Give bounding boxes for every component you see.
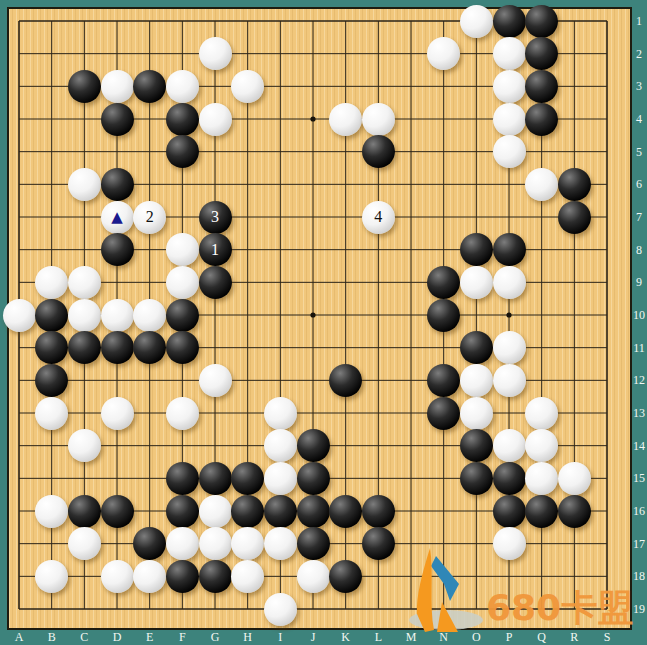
row-label: 4 [631, 112, 647, 127]
column-label: E [146, 630, 153, 645]
stone-white[interactable] [101, 299, 134, 332]
stone-black[interactable] [525, 103, 558, 136]
stone-black[interactable] [329, 560, 362, 593]
stone-white[interactable] [166, 70, 199, 103]
stone-white[interactable] [493, 364, 526, 397]
stone-black[interactable] [68, 70, 101, 103]
row-label: 5 [631, 144, 647, 159]
row-label: 11 [631, 340, 647, 355]
stone-white[interactable] [264, 527, 297, 560]
row-label: 12 [631, 373, 647, 388]
stone-white[interactable] [199, 37, 232, 70]
stone-black[interactable] [264, 495, 297, 528]
stone-white[interactable] [199, 527, 232, 560]
stone-black[interactable] [35, 364, 68, 397]
stone-black[interactable] [427, 397, 460, 430]
stone-white[interactable] [525, 168, 558, 201]
column-label: C [80, 630, 88, 645]
stone-white[interactable] [35, 266, 68, 299]
stone-black[interactable]: 1 [199, 233, 232, 266]
stone-white[interactable] [362, 103, 395, 136]
row-label: 6 [631, 177, 647, 192]
stone-white[interactable]: ▲ [101, 201, 134, 234]
stone-white[interactable] [3, 299, 36, 332]
stone-white[interactable] [199, 364, 232, 397]
star-point [506, 312, 511, 317]
stone-white[interactable] [460, 266, 493, 299]
stone-white[interactable] [493, 135, 526, 168]
stone-white[interactable] [460, 5, 493, 38]
stone-black[interactable] [297, 462, 330, 495]
row-label: 9 [631, 275, 647, 290]
column-label: G [211, 630, 220, 645]
stone-white[interactable] [525, 462, 558, 495]
stone-black[interactable] [133, 70, 166, 103]
stone-black[interactable] [166, 495, 199, 528]
stone-white[interactable] [199, 103, 232, 136]
watermark-text: 680卡盟 [486, 584, 633, 633]
stone-white[interactable] [166, 527, 199, 560]
stone-black[interactable] [166, 462, 199, 495]
stone-black[interactable] [525, 5, 558, 38]
stone-black[interactable] [166, 135, 199, 168]
stone-black[interactable] [297, 429, 330, 462]
stone-white[interactable] [264, 397, 297, 430]
stone-white[interactable] [68, 168, 101, 201]
row-label: 18 [631, 569, 647, 584]
stone-white[interactable] [493, 331, 526, 364]
stone-white[interactable] [493, 37, 526, 70]
column-label: J [311, 630, 316, 645]
stone-black[interactable] [166, 560, 199, 593]
stone-black[interactable] [231, 495, 264, 528]
stone-black[interactable] [493, 233, 526, 266]
star-point [310, 312, 315, 317]
row-label: 7 [631, 210, 647, 225]
stone-white[interactable] [133, 299, 166, 332]
stone-black[interactable] [199, 266, 232, 299]
stone-white[interactable] [493, 266, 526, 299]
stone-white[interactable] [68, 299, 101, 332]
stone-white[interactable] [493, 70, 526, 103]
stone-black[interactable] [427, 364, 460, 397]
stone-white[interactable] [493, 527, 526, 560]
stone-black[interactable] [329, 364, 362, 397]
stone-black[interactable] [199, 560, 232, 593]
stone-black[interactable] [362, 495, 395, 528]
stone-black[interactable] [35, 299, 68, 332]
logo-orange-sail [417, 548, 434, 632]
move-number-label: 1 [211, 242, 219, 258]
column-label: H [243, 630, 252, 645]
stone-white[interactable] [297, 560, 330, 593]
stone-white[interactable] [231, 560, 264, 593]
stone-white[interactable] [35, 560, 68, 593]
stone-black[interactable] [166, 299, 199, 332]
stone-black[interactable] [166, 103, 199, 136]
stone-white[interactable]: 2 [133, 201, 166, 234]
stone-black[interactable] [166, 331, 199, 364]
stone-white[interactable] [264, 593, 297, 626]
stone-white[interactable] [133, 560, 166, 593]
star-point [310, 116, 315, 121]
stone-black[interactable] [427, 299, 460, 332]
stone-white[interactable] [525, 397, 558, 430]
stone-white[interactable] [460, 364, 493, 397]
column-label: F [179, 630, 186, 645]
column-label: L [375, 630, 382, 645]
stone-black[interactable] [329, 495, 362, 528]
stone-black[interactable] [199, 462, 232, 495]
stone-black[interactable] [460, 233, 493, 266]
stone-white[interactable] [460, 397, 493, 430]
stone-white[interactable] [199, 495, 232, 528]
stone-white[interactable] [101, 397, 134, 430]
stone-black[interactable] [101, 233, 134, 266]
stone-white[interactable] [166, 397, 199, 430]
stone-white[interactable] [101, 560, 134, 593]
stone-black[interactable] [493, 495, 526, 528]
stone-white[interactable] [166, 233, 199, 266]
stone-black[interactable] [101, 331, 134, 364]
stone-black[interactable] [525, 495, 558, 528]
stone-white[interactable] [493, 429, 526, 462]
stone-white[interactable] [264, 462, 297, 495]
stone-white[interactable]: 4 [362, 201, 395, 234]
row-label: 15 [631, 471, 647, 486]
stone-black[interactable] [558, 201, 591, 234]
stone-white[interactable] [558, 462, 591, 495]
stone-white[interactable] [166, 266, 199, 299]
move-number-label: 4 [374, 209, 382, 225]
stone-white[interactable] [68, 429, 101, 462]
row-label: 17 [631, 536, 647, 551]
stone-black[interactable] [101, 495, 134, 528]
stone-black[interactable] [68, 495, 101, 528]
stone-white[interactable] [493, 103, 526, 136]
stone-black[interactable] [460, 331, 493, 364]
stone-black[interactable] [68, 331, 101, 364]
column-label: B [48, 630, 56, 645]
stone-black[interactable] [427, 266, 460, 299]
column-label: I [278, 630, 282, 645]
stone-black[interactable] [493, 462, 526, 495]
move-number-label: 2 [146, 209, 154, 225]
stone-black[interactable] [231, 462, 264, 495]
stone-black[interactable] [460, 429, 493, 462]
stone-black[interactable] [362, 527, 395, 560]
stone-black[interactable] [460, 462, 493, 495]
stone-black[interactable] [558, 495, 591, 528]
triangle-marker: ▲ [111, 210, 123, 225]
row-label: 10 [631, 308, 647, 323]
stone-white[interactable] [101, 70, 134, 103]
row-label: 14 [631, 438, 647, 453]
stone-black[interactable] [101, 103, 134, 136]
stone-white[interactable] [68, 266, 101, 299]
stone-black[interactable] [297, 495, 330, 528]
stone-black[interactable] [525, 70, 558, 103]
stone-black[interactable] [493, 5, 526, 38]
stone-black[interactable] [362, 135, 395, 168]
column-label: D [113, 630, 122, 645]
row-label: 3 [631, 79, 647, 94]
watermark-logo-icon [406, 544, 490, 636]
stone-white[interactable] [329, 103, 362, 136]
column-label: A [15, 630, 24, 645]
stone-white[interactable] [35, 397, 68, 430]
stone-white[interactable] [68, 527, 101, 560]
stone-white[interactable] [35, 495, 68, 528]
row-label: 2 [631, 46, 647, 61]
column-label: K [341, 630, 350, 645]
row-label: 8 [631, 242, 647, 257]
stone-white[interactable] [264, 429, 297, 462]
stone-black[interactable] [558, 168, 591, 201]
stone-black[interactable] [101, 168, 134, 201]
stone-black[interactable]: 3 [199, 201, 232, 234]
row-label: 1 [631, 14, 647, 29]
row-label: 13 [631, 406, 647, 421]
row-label: 19 [631, 602, 647, 617]
stone-black[interactable] [297, 527, 330, 560]
move-number-label: 3 [211, 209, 219, 225]
row-label: 16 [631, 504, 647, 519]
logo-blue-ribbon [431, 556, 459, 601]
stone-white[interactable] [231, 70, 264, 103]
